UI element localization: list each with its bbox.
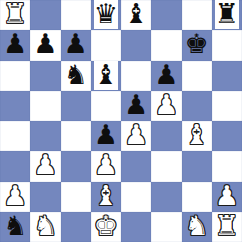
square-g2[interactable] <box>182 182 212 212</box>
square-b5[interactable] <box>30 91 60 121</box>
piece-black-king[interactable]: ♚ <box>185 29 209 59</box>
square-f6[interactable]: ♟ <box>151 61 181 91</box>
square-c3[interactable] <box>61 151 91 181</box>
piece-black-pawn[interactable]: ♟ <box>3 29 27 59</box>
square-c7[interactable]: ♟ <box>61 30 91 60</box>
square-f5[interactable]: ♟ <box>151 91 181 121</box>
square-d2[interactable]: ♝ <box>91 182 121 212</box>
square-c1[interactable] <box>61 212 91 242</box>
square-f8[interactable] <box>151 0 181 30</box>
piece-white-rook[interactable]: ♜ <box>215 211 239 241</box>
piece-black-pawn[interactable]: ♟ <box>94 120 118 150</box>
square-h5[interactable] <box>212 91 242 121</box>
square-e1[interactable] <box>121 212 151 242</box>
piece-white-pawn[interactable]: ♟ <box>33 150 57 180</box>
square-c5[interactable] <box>61 91 91 121</box>
square-h6[interactable] <box>212 61 242 91</box>
square-d8[interactable]: ♛ <box>91 0 121 30</box>
square-h8[interactable]: ♜ <box>212 0 242 30</box>
square-e8[interactable]: ♝ <box>121 0 151 30</box>
square-g3[interactable] <box>182 151 212 181</box>
piece-black-queen[interactable]: ♛ <box>94 0 118 29</box>
piece-white-pawn[interactable]: ♟ <box>94 150 118 180</box>
piece-white-pawn[interactable]: ♟ <box>124 120 148 150</box>
piece-black-bishop[interactable]: ♝ <box>94 60 118 90</box>
piece-white-bishop[interactable]: ♝ <box>185 120 209 150</box>
piece-white-rook[interactable]: ♜ <box>3 0 27 29</box>
square-g4[interactable]: ♝ <box>182 121 212 151</box>
piece-black-pawn[interactable]: ♟ <box>124 90 148 120</box>
square-e4[interactable]: ♟ <box>121 121 151 151</box>
square-a6[interactable] <box>0 61 30 91</box>
square-f1[interactable] <box>151 212 181 242</box>
square-e7[interactable] <box>121 30 151 60</box>
square-h7[interactable] <box>212 30 242 60</box>
piece-black-pawn[interactable]: ♟ <box>33 29 57 59</box>
piece-black-pawn[interactable]: ♟ <box>154 60 178 90</box>
square-e5[interactable]: ♟ <box>121 91 151 121</box>
square-f2[interactable] <box>151 182 181 212</box>
square-a1[interactable]: ♞ <box>0 212 30 242</box>
square-h2[interactable]: ♟ <box>212 182 242 212</box>
piece-white-knight[interactable]: ♞ <box>33 211 57 241</box>
square-d3[interactable]: ♟ <box>91 151 121 181</box>
square-a2[interactable]: ♟ <box>0 182 30 212</box>
square-a4[interactable] <box>0 121 30 151</box>
square-c8[interactable] <box>61 0 91 30</box>
square-c2[interactable] <box>61 182 91 212</box>
piece-black-knight[interactable]: ♞ <box>64 60 88 90</box>
square-c4[interactable] <box>61 121 91 151</box>
piece-white-knight[interactable]: ♞ <box>185 211 209 241</box>
square-a3[interactable] <box>0 151 30 181</box>
piece-black-bishop[interactable]: ♝ <box>124 0 148 29</box>
piece-white-pawn[interactable]: ♟ <box>3 181 27 211</box>
square-h4[interactable] <box>212 121 242 151</box>
square-d7[interactable] <box>91 30 121 60</box>
piece-white-king[interactable]: ♚ <box>94 211 118 241</box>
square-g6[interactable] <box>182 61 212 91</box>
square-f4[interactable] <box>151 121 181 151</box>
piece-white-pawn[interactable]: ♟ <box>154 90 178 120</box>
square-b1[interactable]: ♞ <box>30 212 60 242</box>
square-a5[interactable] <box>0 91 30 121</box>
square-g7[interactable]: ♚ <box>182 30 212 60</box>
square-g5[interactable] <box>182 91 212 121</box>
piece-white-bishop[interactable]: ♝ <box>94 181 118 211</box>
square-h1[interactable]: ♜ <box>212 212 242 242</box>
square-a7[interactable]: ♟ <box>0 30 30 60</box>
square-b6[interactable] <box>30 61 60 91</box>
square-d1[interactable]: ♚ <box>91 212 121 242</box>
piece-black-knight[interactable]: ♞ <box>3 211 27 241</box>
square-e2[interactable] <box>121 182 151 212</box>
square-c6[interactable]: ♞ <box>61 61 91 91</box>
square-a8[interactable]: ♜ <box>0 0 30 30</box>
square-b7[interactable]: ♟ <box>30 30 60 60</box>
square-e6[interactable] <box>121 61 151 91</box>
square-d5[interactable] <box>91 91 121 121</box>
square-e3[interactable] <box>121 151 151 181</box>
square-b4[interactable] <box>30 121 60 151</box>
square-h3[interactable] <box>212 151 242 181</box>
square-f3[interactable] <box>151 151 181 181</box>
piece-black-pawn[interactable]: ♟ <box>64 29 88 59</box>
square-d6[interactable]: ♝ <box>91 61 121 91</box>
square-b8[interactable] <box>30 0 60 30</box>
square-f7[interactable] <box>151 30 181 60</box>
square-g8[interactable] <box>182 0 212 30</box>
piece-black-rook[interactable]: ♜ <box>215 0 239 29</box>
square-g1[interactable]: ♞ <box>182 212 212 242</box>
chess-board: ♜♛♝♜♟♟♟♚♞♝♟♟♟♟♟♝♟♟♟♝♟♞♞♚♞♜ <box>0 0 242 242</box>
square-b2[interactable] <box>30 182 60 212</box>
square-d4[interactable]: ♟ <box>91 121 121 151</box>
square-b3[interactable]: ♟ <box>30 151 60 181</box>
piece-white-pawn[interactable]: ♟ <box>215 181 239 211</box>
